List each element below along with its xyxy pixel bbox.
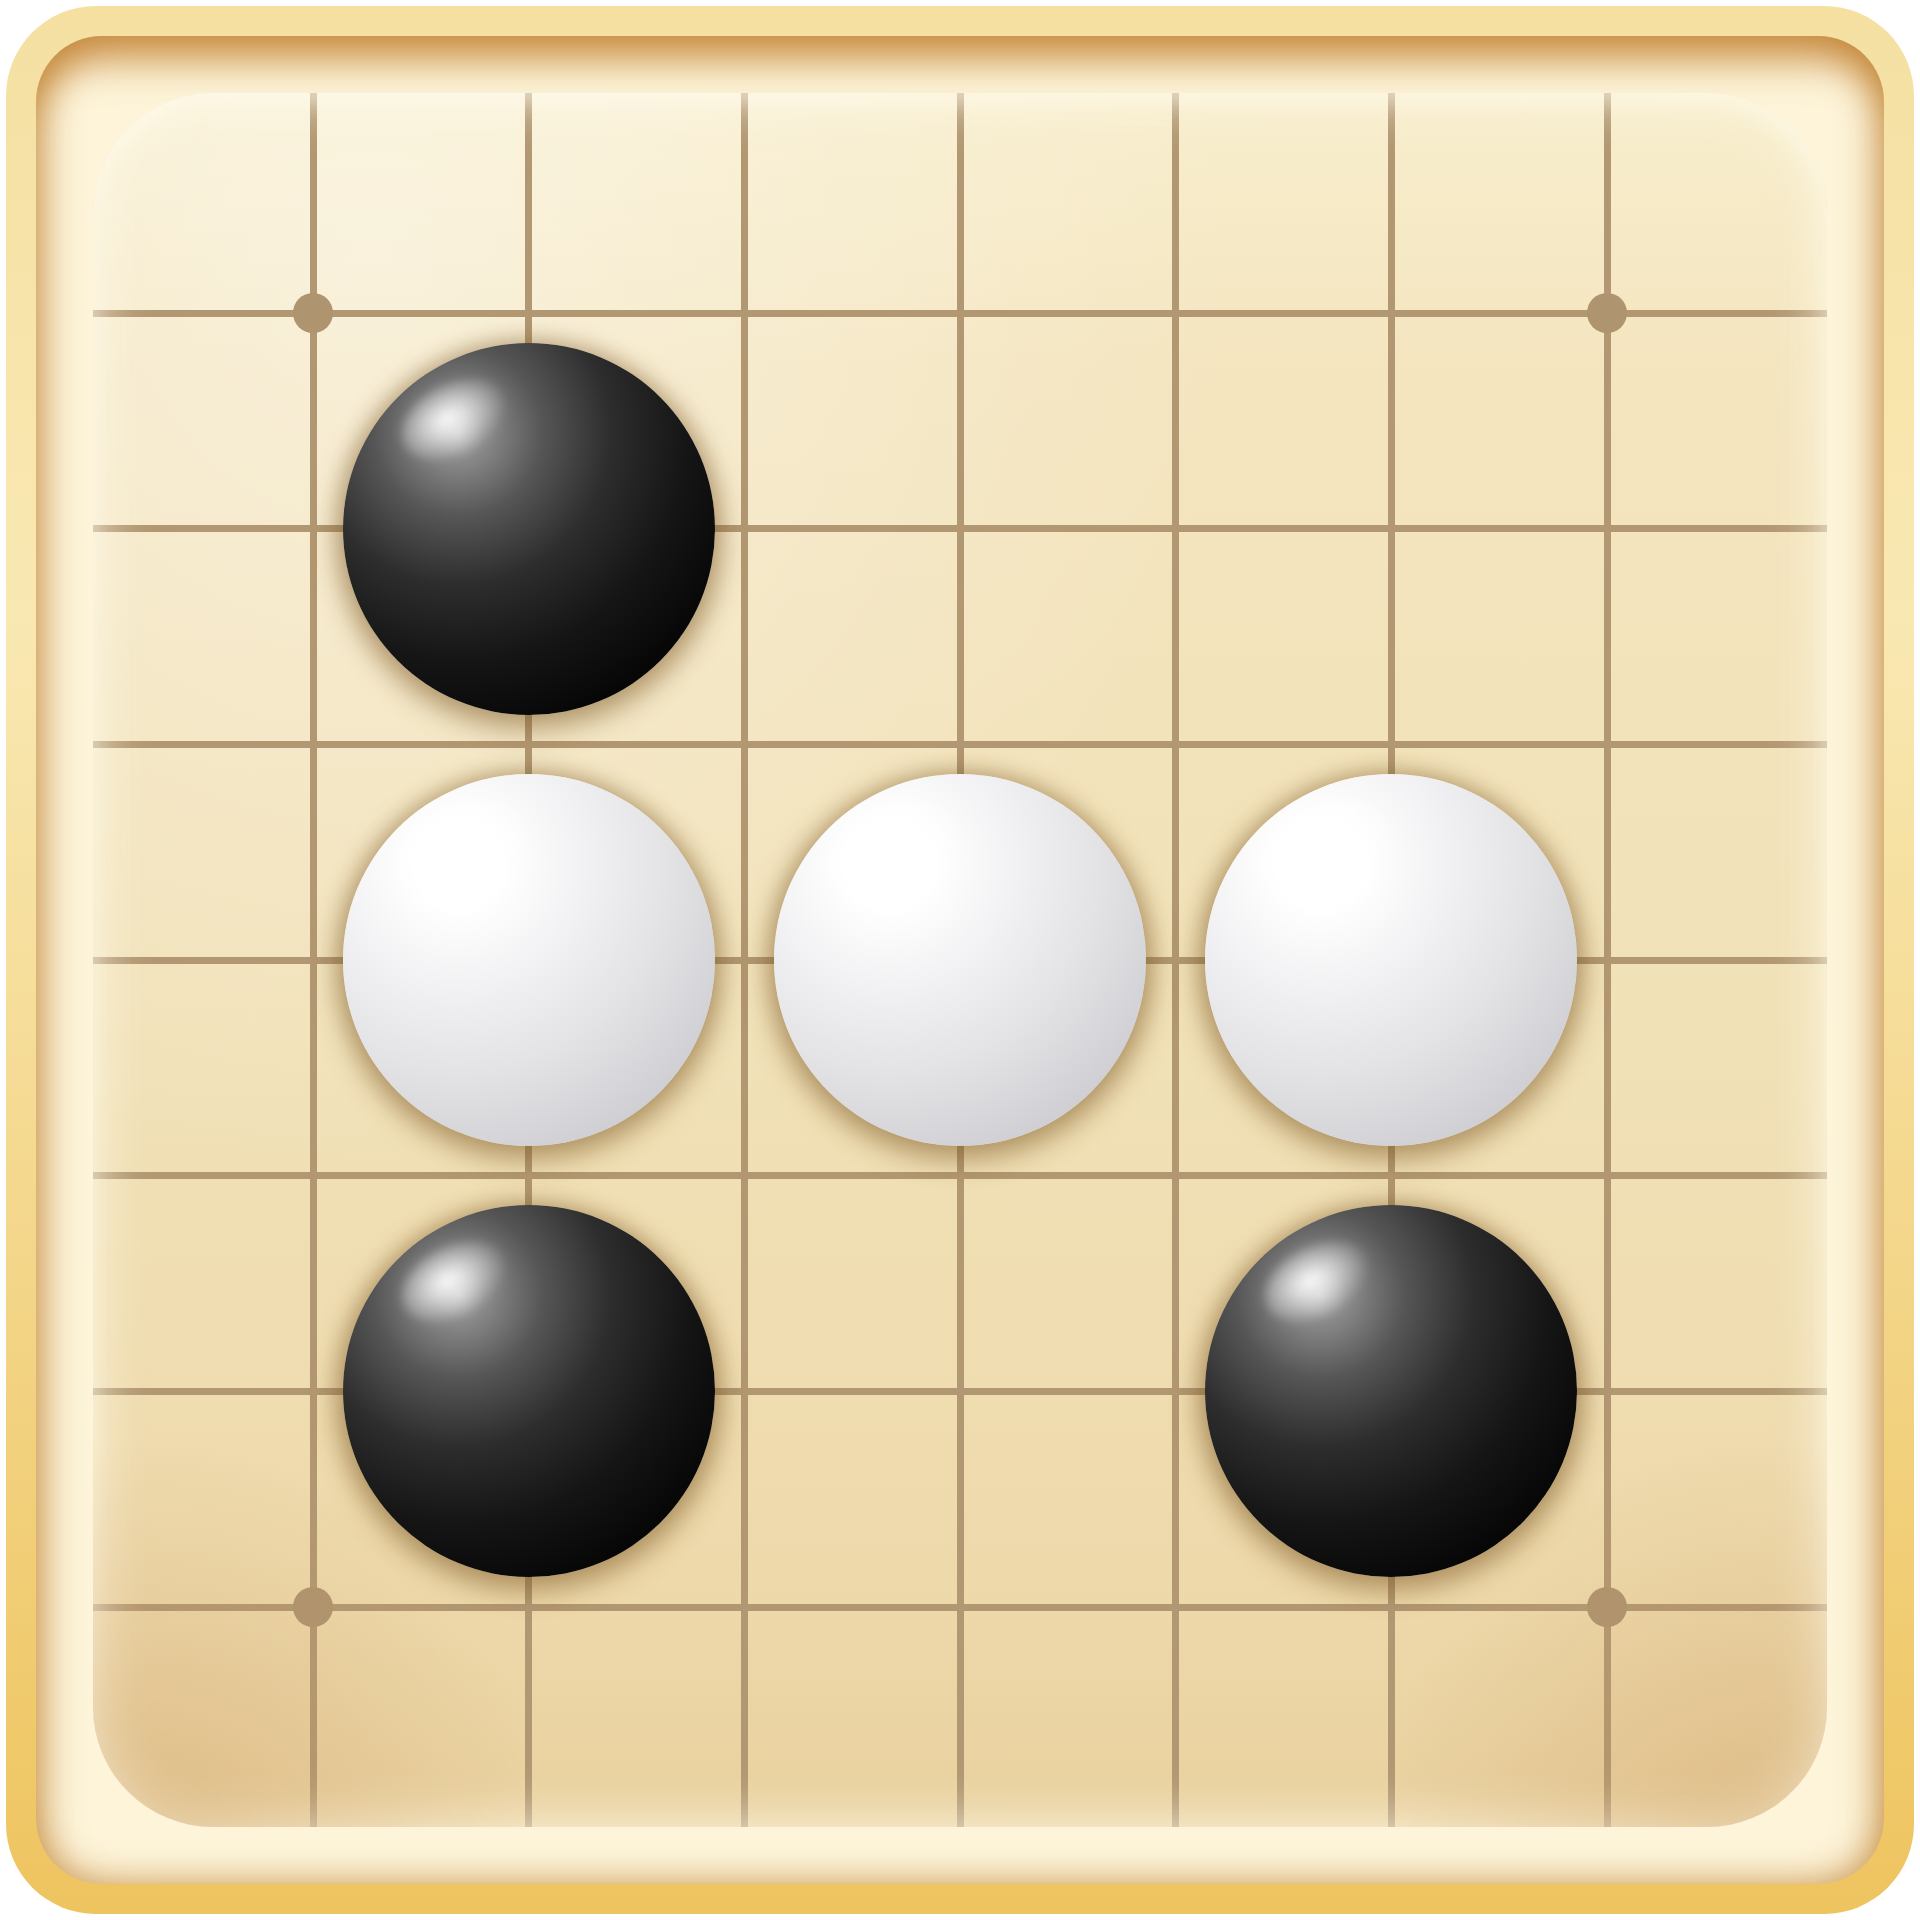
hoshi-star-point — [293, 1587, 333, 1627]
goban-surface[interactable] — [93, 93, 1827, 1827]
stone-specular-highlight — [377, 779, 545, 925]
white-stone — [343, 774, 715, 1146]
black-stone — [343, 1205, 715, 1577]
grid-line-horizontal — [93, 310, 1827, 317]
hoshi-star-point — [293, 293, 333, 333]
white-stone — [774, 774, 1146, 1146]
black-stone — [343, 343, 715, 715]
stone-specular-highlight — [1251, 1225, 1383, 1339]
hoshi-star-point — [1587, 1587, 1627, 1627]
grid-line-horizontal — [93, 1604, 1827, 1611]
hoshi-star-point — [1587, 293, 1627, 333]
black-stone — [1205, 1205, 1577, 1577]
grid-line-horizontal — [93, 1172, 1827, 1179]
stone-specular-highlight — [809, 779, 977, 925]
stone-specular-highlight — [388, 1225, 520, 1339]
stone-specular-highlight — [1240, 779, 1408, 925]
grid-line-horizontal — [93, 741, 1827, 748]
stone-specular-highlight — [388, 362, 520, 476]
screenshot — [0, 0, 1920, 1920]
white-stone — [1205, 774, 1577, 1146]
